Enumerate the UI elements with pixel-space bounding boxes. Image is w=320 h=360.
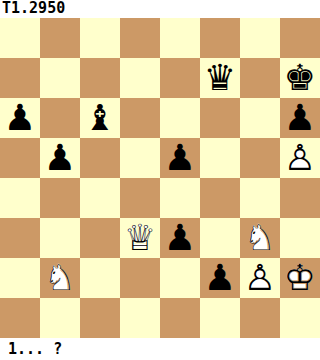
knight-icon: ♘: [240, 218, 280, 258]
square-a8[interactable]: [0, 18, 40, 58]
square-c6[interactable]: ♝: [80, 98, 120, 138]
queen-icon: ♛: [200, 58, 240, 98]
square-d4[interactable]: [120, 178, 160, 218]
square-h4[interactable]: [280, 178, 320, 218]
piece-black-pawn[interactable]: ♟: [200, 258, 240, 298]
square-h7[interactable]: ♚: [280, 58, 320, 98]
square-d8[interactable]: [120, 18, 160, 58]
square-d1[interactable]: [120, 298, 160, 338]
piece-white-queen[interactable]: ♛♕: [120, 218, 160, 258]
square-a2[interactable]: [0, 258, 40, 298]
square-f7[interactable]: ♛: [200, 58, 240, 98]
piece-black-pawn[interactable]: ♟: [280, 98, 320, 138]
pawn-icon: ♟: [160, 138, 200, 178]
piece-black-pawn[interactable]: ♟: [160, 138, 200, 178]
queen-icon: ♕: [120, 218, 160, 258]
piece-black-pawn[interactable]: ♟: [40, 138, 80, 178]
pawn-icon: ♟: [160, 218, 200, 258]
square-h5[interactable]: ♟♙: [280, 138, 320, 178]
square-g8[interactable]: [240, 18, 280, 58]
square-f8[interactable]: [200, 18, 240, 58]
square-g7[interactable]: [240, 58, 280, 98]
pawn-icon: ♙: [240, 258, 280, 298]
square-d5[interactable]: [120, 138, 160, 178]
square-f3[interactable]: [200, 218, 240, 258]
square-g3[interactable]: ♞♘: [240, 218, 280, 258]
square-f1[interactable]: [200, 298, 240, 338]
square-d2[interactable]: [120, 258, 160, 298]
square-c5[interactable]: [80, 138, 120, 178]
king-icon: ♔: [280, 258, 320, 298]
square-c8[interactable]: [80, 18, 120, 58]
piece-black-pawn[interactable]: ♟: [0, 98, 40, 138]
square-a3[interactable]: [0, 218, 40, 258]
square-c4[interactable]: [80, 178, 120, 218]
square-e1[interactable]: [160, 298, 200, 338]
square-g1[interactable]: [240, 298, 280, 338]
square-a5[interactable]: [0, 138, 40, 178]
square-e7[interactable]: [160, 58, 200, 98]
square-e2[interactable]: [160, 258, 200, 298]
square-d3[interactable]: ♛♕: [120, 218, 160, 258]
square-f5[interactable]: [200, 138, 240, 178]
square-b2[interactable]: ♞♘: [40, 258, 80, 298]
square-g4[interactable]: [240, 178, 280, 218]
square-e4[interactable]: [160, 178, 200, 218]
square-b1[interactable]: [40, 298, 80, 338]
square-f2[interactable]: ♟: [200, 258, 240, 298]
piece-black-queen[interactable]: ♛: [200, 58, 240, 98]
piece-white-pawn[interactable]: ♟♙: [240, 258, 280, 298]
piece-black-bishop[interactable]: ♝: [80, 98, 120, 138]
square-b4[interactable]: [40, 178, 80, 218]
king-icon: ♚: [280, 58, 320, 98]
square-g5[interactable]: [240, 138, 280, 178]
square-d6[interactable]: [120, 98, 160, 138]
square-f6[interactable]: [200, 98, 240, 138]
pawn-icon: ♟: [280, 98, 320, 138]
square-a1[interactable]: [0, 298, 40, 338]
piece-black-king[interactable]: ♚: [280, 58, 320, 98]
square-h6[interactable]: ♟: [280, 98, 320, 138]
square-b8[interactable]: [40, 18, 80, 58]
square-h3[interactable]: [280, 218, 320, 258]
square-c1[interactable]: [80, 298, 120, 338]
puzzle-title: T1.2950: [0, 0, 320, 18]
square-g2[interactable]: ♟♙: [240, 258, 280, 298]
square-f4[interactable]: [200, 178, 240, 218]
piece-white-knight[interactable]: ♞♘: [240, 218, 280, 258]
pawn-icon: ♟: [0, 98, 40, 138]
pawn-icon: ♙: [280, 138, 320, 178]
pawn-icon: ♟: [40, 138, 80, 178]
square-a6[interactable]: ♟: [0, 98, 40, 138]
square-a7[interactable]: [0, 58, 40, 98]
square-b6[interactable]: [40, 98, 80, 138]
square-b5[interactable]: ♟: [40, 138, 80, 178]
knight-icon: ♘: [40, 258, 80, 298]
square-b3[interactable]: [40, 218, 80, 258]
square-e8[interactable]: [160, 18, 200, 58]
move-prompt: 1... ?: [0, 338, 320, 360]
square-e5[interactable]: ♟: [160, 138, 200, 178]
piece-white-pawn[interactable]: ♟♙: [280, 138, 320, 178]
chess-puzzle-page: T1.2950 ♛♚♟♝♟♟♟♟♙♛♕♟♞♘♞♘♟♟♙♚♔ 1... ?: [0, 0, 320, 360]
square-e3[interactable]: ♟: [160, 218, 200, 258]
piece-white-knight[interactable]: ♞♘: [40, 258, 80, 298]
piece-black-pawn[interactable]: ♟: [160, 218, 200, 258]
square-e6[interactable]: [160, 98, 200, 138]
piece-white-king[interactable]: ♚♔: [280, 258, 320, 298]
pawn-icon: ♟: [200, 258, 240, 298]
square-c3[interactable]: [80, 218, 120, 258]
square-g6[interactable]: [240, 98, 280, 138]
square-a4[interactable]: [0, 178, 40, 218]
square-h2[interactable]: ♚♔: [280, 258, 320, 298]
square-c2[interactable]: [80, 258, 120, 298]
square-h1[interactable]: [280, 298, 320, 338]
square-b7[interactable]: [40, 58, 80, 98]
bishop-icon: ♝: [80, 98, 120, 138]
square-d7[interactable]: [120, 58, 160, 98]
square-c7[interactable]: [80, 58, 120, 98]
square-h8[interactable]: [280, 18, 320, 58]
chess-board: ♛♚♟♝♟♟♟♟♙♛♕♟♞♘♞♘♟♟♙♚♔: [0, 18, 320, 338]
